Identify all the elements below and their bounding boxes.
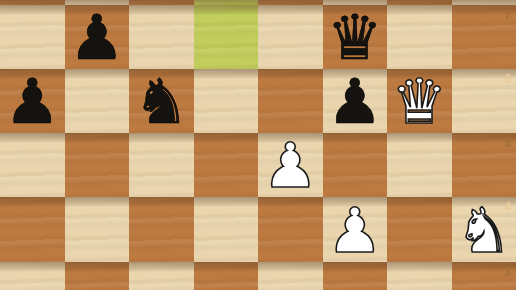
square-f6[interactable]: ♟ xyxy=(323,69,388,133)
square-c3[interactable] xyxy=(129,262,194,290)
square-a3[interactable] xyxy=(0,262,65,290)
square-d7[interactable] xyxy=(194,5,259,69)
square-e4[interactable] xyxy=(258,197,323,261)
rank-label-6: 6 xyxy=(504,73,511,85)
square-g4[interactable] xyxy=(387,197,452,261)
square-g3[interactable] xyxy=(387,262,452,290)
black-knight-piece[interactable]: ♞ xyxy=(133,71,189,133)
square-b4[interactable] xyxy=(65,197,130,261)
white-queen-piece[interactable]: ♛ xyxy=(391,71,447,133)
square-h7[interactable]: 7 xyxy=(452,5,516,69)
square-e7[interactable] xyxy=(258,5,323,69)
square-d4[interactable] xyxy=(194,197,259,261)
square-g7[interactable] xyxy=(387,5,452,69)
square-c7[interactable] xyxy=(129,5,194,69)
white-pawn-piece[interactable]: ♟ xyxy=(327,200,383,262)
black-queen-piece[interactable]: ♛ xyxy=(327,7,383,69)
square-c4[interactable] xyxy=(129,197,194,261)
square-h6[interactable]: 6 xyxy=(452,69,516,133)
square-b7[interactable]: ♟ xyxy=(65,5,130,69)
square-e6[interactable] xyxy=(258,69,323,133)
black-pawn-piece[interactable]: ♟ xyxy=(327,71,383,133)
rank-label-3: 3 xyxy=(504,266,511,278)
square-a4[interactable] xyxy=(0,197,65,261)
square-f4[interactable]: ♟ xyxy=(323,197,388,261)
square-a7[interactable] xyxy=(0,5,65,69)
white-knight-piece[interactable]: ♞ xyxy=(456,200,512,262)
square-c6[interactable]: ♞ xyxy=(129,69,194,133)
square-f5[interactable] xyxy=(323,133,388,197)
white-pawn-piece[interactable]: ♟ xyxy=(262,135,318,197)
square-h5[interactable]: 5 xyxy=(452,133,516,197)
square-a5[interactable] xyxy=(0,133,65,197)
rank-label-5: 5 xyxy=(504,137,511,149)
square-d3[interactable] xyxy=(194,262,259,290)
square-h4[interactable]: ♞4 xyxy=(452,197,516,261)
chess-app: ♟♛7♟♞♟♛6♟5♟♞43 xyxy=(0,0,516,290)
rank-label-7: 7 xyxy=(504,9,511,21)
square-b5[interactable] xyxy=(65,133,130,197)
chess-board: ♟♛7♟♞♟♛6♟5♟♞43 xyxy=(0,0,516,290)
square-d6[interactable] xyxy=(194,69,259,133)
square-d5[interactable] xyxy=(194,133,259,197)
square-g5[interactable] xyxy=(387,133,452,197)
square-c5[interactable] xyxy=(129,133,194,197)
black-pawn-piece[interactable]: ♟ xyxy=(69,7,125,69)
square-e5[interactable]: ♟ xyxy=(258,133,323,197)
square-b6[interactable] xyxy=(65,69,130,133)
square-e3[interactable] xyxy=(258,262,323,290)
black-pawn-piece[interactable]: ♟ xyxy=(4,71,60,133)
square-a6[interactable]: ♟ xyxy=(0,69,65,133)
square-g6[interactable]: ♛ xyxy=(387,69,452,133)
square-f7[interactable]: ♛ xyxy=(323,5,388,69)
rank-label-4: 4 xyxy=(504,201,511,213)
square-b3[interactable] xyxy=(65,262,130,290)
